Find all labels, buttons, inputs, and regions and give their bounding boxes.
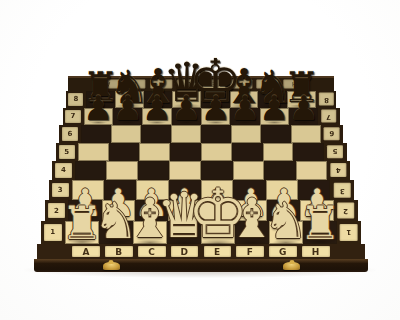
rank-label-tile: 6 [62, 127, 78, 140]
square-b4[interactable] [106, 161, 138, 180]
piece-black-pawn-e7[interactable]: ♟ [200, 91, 230, 125]
board-front-edge [34, 259, 368, 272]
piece-black-pawn-h7[interactable]: ♟ [288, 91, 318, 125]
piece-black-pawn-a7[interactable]: ♟ [83, 91, 113, 125]
piece-black-pawn-c7[interactable]: ♟ [142, 91, 172, 125]
piece-black-pawn-g7[interactable]: ♟ [259, 91, 289, 125]
rank-label-right-5: 5 [324, 143, 346, 161]
rank-label-left-7: 7 [63, 108, 84, 125]
square-a5[interactable] [78, 143, 109, 161]
rank-label-right-6: 6 [321, 125, 343, 143]
rank-label-tile: 1 [44, 224, 62, 241]
brass-clasp-icon[interactable] [103, 262, 120, 270]
square-c5[interactable] [139, 143, 170, 161]
square-e5[interactable] [201, 143, 232, 161]
square-b5[interactable] [109, 143, 140, 161]
board-rank-row-5: 55 [56, 143, 347, 161]
chess-board[interactable]: ABCDEFGH8877665544332211ABCDEFGH♜♞♝♛♚♝♞♜… [31, 76, 371, 270]
rank-label-tile: 8 [319, 93, 334, 106]
rank-label-tile: 4 [55, 163, 71, 177]
rank-label-tile: 5 [59, 145, 75, 158]
rank-label-tile: 7 [65, 110, 80, 123]
square-g5[interactable] [263, 143, 294, 161]
rank-label-right-1: 1 [337, 221, 361, 244]
chess-photo-scene: ABCDEFGH8877665544332211ABCDEFGH♜♞♝♛♚♝♞♜… [0, 0, 400, 320]
rank-label-tile: 5 [327, 145, 343, 158]
piece-black-pawn-d7[interactable]: ♟ [171, 91, 201, 125]
piece-black-pawn-f7[interactable]: ♟ [230, 91, 260, 125]
square-g4[interactable] [264, 161, 296, 180]
brass-clasp-icon[interactable] [283, 262, 300, 270]
piece-white-rook-h1[interactable]: ♜ [299, 200, 340, 246]
square-f5[interactable] [232, 143, 263, 161]
rank-label-tile: 7 [321, 110, 336, 123]
rank-label-left-5: 5 [56, 143, 78, 161]
rank-label-left-4: 4 [52, 161, 75, 180]
rank-label-tile: 4 [330, 163, 346, 177]
square-a4[interactable] [75, 161, 107, 180]
piece-black-pawn-b7[interactable]: ♟ [112, 91, 142, 125]
rank-label-tile: 6 [324, 127, 340, 140]
square-h4[interactable] [296, 161, 328, 180]
rank-label-left-6: 6 [59, 125, 81, 143]
rank-label-right-7: 7 [318, 108, 339, 125]
rank-label-right-4: 4 [327, 161, 350, 180]
square-d5[interactable] [170, 143, 201, 161]
square-h5[interactable] [293, 143, 324, 161]
square-c4[interactable] [138, 161, 170, 180]
rank-label-tile: 1 [340, 224, 358, 241]
